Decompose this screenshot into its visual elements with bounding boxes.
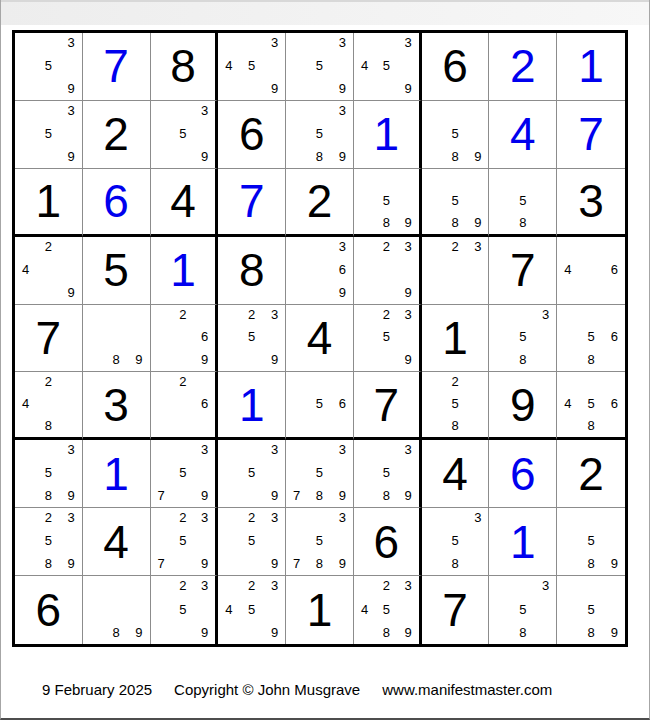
candidate-digit — [361, 463, 378, 483]
candidate-digit — [311, 511, 329, 531]
cell-r8c7[interactable]: 358 — [422, 508, 490, 576]
cell-r1c9[interactable]: 1 — [557, 33, 625, 101]
candidate-digit: 3 — [395, 36, 412, 56]
cell-r5c4[interactable]: 2359 — [218, 305, 286, 373]
cell-r1c1[interactable]: 359 — [15, 33, 83, 101]
candidate-digit: 5 — [174, 124, 191, 144]
given-digit: 7 — [489, 237, 556, 304]
candidate-digit — [361, 191, 378, 210]
given-digit: 1 — [422, 305, 489, 372]
cell-r1c5[interactable]: 359 — [286, 33, 354, 101]
candidate-digit: 3 — [261, 308, 279, 328]
cell-r9c9[interactable]: 589 — [557, 576, 625, 644]
candidate-digit: 5 — [378, 56, 395, 76]
candidate-grid: 35789 — [286, 440, 353, 507]
candidate-digit — [261, 599, 279, 619]
candidate-digit — [564, 550, 582, 570]
candidate-digit — [429, 104, 447, 124]
candidate-digit: 2 — [378, 308, 395, 328]
solved-digit: 6 — [489, 440, 556, 507]
candidate-digit — [225, 531, 243, 551]
candidate-digit — [191, 531, 208, 551]
candidate-digit — [361, 172, 378, 191]
candidate-digit — [532, 619, 550, 639]
candidate-digit: 7 — [293, 483, 311, 503]
candidate-grid: 89 — [83, 576, 150, 644]
cell-r3c6[interactable]: 589 — [354, 169, 422, 237]
candidate-digit — [395, 191, 412, 210]
candidate-digit: 8 — [582, 347, 600, 367]
candidate-digit — [22, 483, 40, 503]
candidate-digit: 3 — [57, 36, 75, 56]
candidate-digit: 8 — [311, 550, 329, 570]
candidate-digit — [158, 394, 175, 413]
cell-r6c4[interactable]: 1 — [218, 372, 286, 440]
candidate-grid: 3589 — [354, 440, 419, 507]
cell-r4c6[interactable]: 239 — [354, 237, 422, 305]
candidate-digit — [293, 443, 311, 463]
candidate-digit: 5 — [243, 599, 261, 619]
cell-r8c4[interactable]: 2359 — [218, 508, 286, 576]
candidate-digit — [158, 124, 175, 144]
candidate-digit — [429, 143, 447, 163]
cell-r1c8[interactable]: 2 — [489, 33, 557, 101]
candidate-digit — [243, 619, 261, 639]
candidate-grid: 359 — [218, 440, 285, 507]
candidate-digit — [158, 579, 175, 599]
cell-r4c8[interactable]: 7 — [489, 237, 557, 305]
candidate-digit: 3 — [532, 579, 550, 599]
candidate-digit — [293, 531, 311, 551]
candidate-digit: 9 — [57, 143, 75, 163]
candidate-digit — [328, 463, 346, 483]
cell-r2c7[interactable]: 589 — [422, 101, 490, 169]
candidate-digit: 8 — [40, 483, 58, 503]
candidate-digit: 9 — [328, 550, 346, 570]
cell-r8c8[interactable]: 1 — [489, 508, 557, 576]
cell-r9c7[interactable]: 7 — [422, 576, 490, 644]
candidate-digit — [446, 104, 464, 124]
candidate-digit: 5 — [243, 531, 261, 551]
cell-r5c9[interactable]: 568 — [557, 305, 625, 373]
cell-r9c4[interactable]: 23459 — [218, 576, 286, 644]
candidate-digit — [261, 463, 279, 483]
candidate-grid: 589 — [557, 576, 625, 644]
candidate-digit — [361, 443, 378, 463]
candidate-digit: 8 — [311, 483, 329, 503]
cell-r7c6[interactable]: 3589 — [354, 440, 422, 508]
candidate-digit — [564, 413, 582, 432]
candidate-digit: 9 — [328, 279, 346, 299]
candidate-digit — [429, 124, 447, 144]
candidate-digit: 3 — [261, 579, 279, 599]
candidate-digit: 3 — [532, 308, 550, 328]
candidate-digit: 5 — [311, 124, 329, 144]
cell-r2c8[interactable]: 4 — [489, 101, 557, 169]
cell-r4c2[interactable]: 5 — [83, 237, 151, 305]
cell-r8c5[interactable]: 35789 — [286, 508, 354, 576]
candidate-digit — [174, 347, 191, 367]
candidate-digit — [514, 579, 532, 599]
candidate-digit — [174, 413, 191, 432]
candidate-digit — [446, 511, 464, 531]
cell-r8c9[interactable]: 589 — [557, 508, 625, 576]
candidate-grid: 589 — [557, 508, 625, 575]
candidate-digit — [225, 443, 243, 463]
candidate-digit — [582, 579, 600, 599]
candidate-grid: 248 — [15, 372, 82, 437]
candidate-grid: 3459 — [218, 33, 285, 100]
candidate-grid: 2359 — [151, 576, 216, 644]
candidate-digit — [40, 143, 58, 163]
candidate-digit — [158, 463, 175, 483]
cell-r9c8[interactable]: 358 — [489, 576, 557, 644]
candidate-digit — [532, 327, 550, 347]
candidate-digit — [293, 463, 311, 483]
candidate-digit — [361, 327, 378, 347]
candidate-digit — [328, 375, 346, 394]
given-digit: 3 — [83, 372, 150, 437]
candidate-digit — [158, 104, 175, 124]
candidate-digit — [225, 327, 243, 347]
candidate-digit — [107, 327, 125, 347]
given-digit: 4 — [422, 440, 489, 507]
cell-r2c5[interactable]: 3589 — [286, 101, 354, 169]
cell-r3c9[interactable]: 3 — [557, 169, 625, 237]
candidate-grid: 258 — [422, 372, 489, 437]
candidate-digit: 5 — [514, 599, 532, 619]
candidate-digit — [225, 579, 243, 599]
cell-r2c3[interactable]: 359 — [151, 101, 219, 169]
candidate-digit — [464, 531, 482, 551]
candidate-digit: 8 — [107, 619, 125, 639]
candidate-digit — [496, 347, 514, 367]
candidate-grid: 35789 — [286, 508, 353, 575]
given-digit: 4 — [151, 169, 216, 234]
cell-r2c4[interactable]: 6 — [218, 101, 286, 169]
candidate-grid: 23459 — [218, 576, 285, 644]
cell-r5c7[interactable]: 1 — [422, 305, 490, 373]
candidate-digit — [40, 104, 58, 124]
cell-r7c8[interactable]: 6 — [489, 440, 557, 508]
candidate-grid: 234589 — [354, 576, 419, 644]
candidate-digit: 2 — [174, 511, 191, 531]
cell-r3c5[interactable]: 2 — [286, 169, 354, 237]
candidate-digit: 3 — [328, 511, 346, 531]
cell-r5c2[interactable]: 89 — [83, 305, 151, 373]
candidate-digit: 3 — [328, 240, 346, 260]
candidate-digit: 3 — [261, 511, 279, 531]
cell-r6c2[interactable]: 3 — [83, 372, 151, 440]
given-digit: 2 — [286, 169, 353, 234]
candidate-grid: 3589 — [15, 440, 82, 507]
candidate-digit — [243, 443, 261, 463]
candidate-digit — [582, 259, 600, 279]
candidate-digit — [22, 413, 40, 432]
cell-r7c4[interactable]: 359 — [218, 440, 286, 508]
candidate-digit — [225, 308, 243, 328]
footer-copyright: Copyright © John Musgrave — [174, 681, 360, 698]
candidate-digit — [464, 172, 482, 191]
candidate-digit — [57, 124, 75, 144]
candidate-digit: 7 — [158, 483, 175, 503]
cell-r7c7[interactable]: 4 — [422, 440, 490, 508]
candidate-digit — [107, 308, 125, 328]
candidate-digit — [158, 413, 175, 432]
candidate-digit: 2 — [243, 579, 261, 599]
given-digit: 6 — [422, 33, 489, 100]
candidate-digit — [378, 347, 395, 367]
candidate-digit: 5 — [40, 124, 58, 144]
candidate-digit: 9 — [464, 210, 482, 229]
candidate-digit — [158, 308, 175, 328]
candidate-digit — [158, 143, 175, 163]
candidate-digit — [293, 56, 311, 76]
candidate-digit: 3 — [191, 511, 208, 531]
candidate-digit — [225, 36, 243, 56]
candidate-digit: 5 — [514, 327, 532, 347]
cell-r6c1[interactable]: 248 — [15, 372, 83, 440]
candidate-digit — [174, 550, 191, 570]
solved-digit: 1 — [83, 440, 150, 507]
cell-r8c2[interactable]: 4 — [83, 508, 151, 576]
footer-website: www.manifestmaster.com — [382, 681, 552, 698]
candidate-grid: 23589 — [15, 508, 82, 575]
cell-r7c9[interactable]: 2 — [557, 440, 625, 508]
candidate-digit — [57, 56, 75, 76]
candidate-digit — [293, 259, 311, 279]
given-digit: 2 — [557, 440, 625, 507]
candidate-digit — [174, 327, 191, 347]
candidate-grid: 589 — [422, 101, 489, 168]
given-digit: 7 — [15, 305, 82, 372]
cell-r5c5[interactable]: 4 — [286, 305, 354, 373]
candidate-digit — [174, 483, 191, 503]
cell-r6c7[interactable]: 258 — [422, 372, 490, 440]
cell-r4c5[interactable]: 369 — [286, 237, 354, 305]
candidate-digit — [429, 375, 447, 394]
candidate-grid: 359 — [15, 101, 82, 168]
cell-r8c1[interactable]: 23589 — [15, 508, 83, 576]
cell-r7c1[interactable]: 3589 — [15, 440, 83, 508]
candidate-grid: 26 — [151, 372, 216, 437]
candidate-digit — [464, 259, 482, 279]
given-digit: 6 — [354, 508, 419, 575]
candidate-digit — [158, 511, 175, 531]
candidate-digit: 2 — [40, 375, 58, 394]
candidate-digit: 8 — [378, 483, 395, 503]
candidate-digit — [125, 327, 143, 347]
candidate-digit: 5 — [446, 191, 464, 210]
candidate-digit: 6 — [191, 394, 208, 413]
cell-r3c4[interactable]: 7 — [218, 169, 286, 237]
candidate-digit — [225, 75, 243, 95]
given-digit: 8 — [151, 33, 216, 100]
cell-r8c6[interactable]: 6 — [354, 508, 422, 576]
cell-r1c3[interactable]: 8 — [151, 33, 219, 101]
cell-r7c5[interactable]: 35789 — [286, 440, 354, 508]
candidate-digit: 9 — [395, 279, 412, 299]
cell-r7c2[interactable]: 1 — [83, 440, 151, 508]
sudoku-board: 3597834593593459621359235963589158947164… — [12, 30, 628, 647]
cell-r9c5[interactable]: 1 — [286, 576, 354, 644]
candidate-digit — [57, 375, 75, 394]
cell-r2c1[interactable]: 359 — [15, 101, 83, 169]
cell-r1c4[interactable]: 3459 — [218, 33, 286, 101]
cell-r6c3[interactable]: 26 — [151, 372, 219, 440]
candidate-digit: 5 — [40, 531, 58, 551]
candidate-digit — [429, 413, 447, 432]
cell-r4c3[interactable]: 1 — [151, 237, 219, 305]
given-digit: 7 — [354, 372, 419, 437]
candidate-grid: 568 — [557, 305, 625, 372]
cell-r9c3[interactable]: 2359 — [151, 576, 219, 644]
solved-digit: 2 — [489, 33, 556, 100]
candidate-digit: 9 — [191, 483, 208, 503]
candidate-grid: 89 — [83, 305, 150, 372]
cell-r5c6[interactable]: 2359 — [354, 305, 422, 373]
cell-r6c8[interactable]: 9 — [489, 372, 557, 440]
cell-r1c2[interactable]: 7 — [83, 33, 151, 101]
candidate-digit — [311, 279, 329, 299]
candidate-digit: 9 — [261, 550, 279, 570]
candidate-digit — [496, 172, 514, 191]
cell-r4c4[interactable]: 8 — [218, 237, 286, 305]
given-digit: 5 — [83, 237, 150, 304]
candidate-digit — [311, 75, 329, 95]
cell-r5c1[interactable]: 7 — [15, 305, 83, 373]
candidate-digit — [496, 210, 514, 229]
cell-r3c2[interactable]: 6 — [83, 169, 151, 237]
candidate-digit: 3 — [261, 36, 279, 56]
candidate-digit — [378, 36, 395, 56]
candidate-digit: 3 — [261, 443, 279, 463]
candidate-digit: 5 — [378, 191, 395, 210]
cell-r5c3[interactable]: 269 — [151, 305, 219, 373]
cell-r6c5[interactable]: 56 — [286, 372, 354, 440]
candidate-digit — [57, 463, 75, 483]
cell-r1c7[interactable]: 6 — [422, 33, 490, 101]
candidate-digit — [22, 375, 40, 394]
candidate-digit: 8 — [446, 210, 464, 229]
candidate-digit — [158, 443, 175, 463]
candidate-digit — [191, 308, 208, 328]
candidate-digit: 5 — [243, 56, 261, 76]
candidate-digit — [261, 56, 279, 76]
candidate-digit — [564, 599, 582, 619]
candidate-digit — [293, 279, 311, 299]
candidate-digit — [22, 443, 40, 463]
cell-r6c9[interactable]: 4568 — [557, 372, 625, 440]
cell-r4c9[interactable]: 46 — [557, 237, 625, 305]
candidate-digit — [174, 619, 191, 639]
candidate-digit: 2 — [378, 240, 395, 260]
candidate-digit: 9 — [191, 347, 208, 367]
candidate-digit: 5 — [378, 463, 395, 483]
candidate-digit — [361, 347, 378, 367]
solved-digit: 7 — [557, 101, 625, 168]
cell-r6c6[interactable]: 7 — [354, 372, 422, 440]
cell-r2c9[interactable]: 7 — [557, 101, 625, 169]
candidate-digit: 8 — [582, 550, 600, 570]
candidate-digit — [464, 394, 482, 413]
cell-r3c1[interactable]: 1 — [15, 169, 83, 237]
candidate-digit: 2 — [243, 511, 261, 531]
candidate-digit: 8 — [378, 619, 395, 639]
cell-r2c2[interactable]: 2 — [83, 101, 151, 169]
cell-r7c3[interactable]: 3579 — [151, 440, 219, 508]
candidate-digit — [464, 413, 482, 432]
cell-r3c7[interactable]: 589 — [422, 169, 490, 237]
given-digit: 3 — [557, 169, 625, 234]
cell-r5c8[interactable]: 358 — [489, 305, 557, 373]
candidate-digit — [174, 143, 191, 163]
candidate-digit — [40, 394, 58, 413]
candidate-digit — [496, 191, 514, 210]
candidate-digit — [174, 443, 191, 463]
candidate-digit — [174, 104, 191, 124]
candidate-digit — [293, 394, 311, 413]
given-digit: 2 — [83, 101, 150, 168]
candidate-digit — [22, 511, 40, 531]
candidate-grid: 2359 — [218, 508, 285, 575]
candidate-grid: 249 — [15, 237, 82, 304]
candidate-digit — [158, 599, 175, 619]
cell-r9c2[interactable]: 89 — [83, 576, 151, 644]
candidate-digit: 4 — [564, 394, 582, 413]
cell-r3c8[interactable]: 58 — [489, 169, 557, 237]
candidate-digit: 3 — [57, 511, 75, 531]
candidate-digit: 4 — [361, 599, 378, 619]
candidate-digit — [293, 375, 311, 394]
candidate-digit — [361, 579, 378, 599]
candidate-digit: 2 — [40, 511, 58, 531]
candidate-digit — [191, 413, 208, 432]
candidate-digit — [564, 531, 582, 551]
candidate-digit: 3 — [328, 36, 346, 56]
cell-r9c1[interactable]: 6 — [15, 576, 83, 644]
candidate-digit: 2 — [174, 579, 191, 599]
candidate-grid: 4568 — [557, 372, 625, 437]
candidate-digit — [22, 56, 40, 76]
candidate-digit — [90, 619, 108, 639]
candidate-digit — [158, 347, 175, 367]
candidate-digit — [564, 579, 582, 599]
candidate-digit: 9 — [395, 483, 412, 503]
cell-r9c6[interactable]: 234589 — [354, 576, 422, 644]
cell-r8c3[interactable]: 23579 — [151, 508, 219, 576]
candidate-grid: 589 — [422, 169, 489, 234]
candidate-digit — [446, 172, 464, 191]
cell-r4c7[interactable]: 23 — [422, 237, 490, 305]
candidate-digit — [225, 347, 243, 367]
cell-r4c1[interactable]: 249 — [15, 237, 83, 305]
candidate-digit — [532, 172, 550, 191]
candidate-digit: 9 — [395, 619, 412, 639]
candidate-digit — [293, 124, 311, 144]
cell-r2c6[interactable]: 1 — [354, 101, 422, 169]
candidate-digit — [564, 327, 582, 347]
candidate-grid: 3459 — [354, 33, 419, 100]
cell-r3c3[interactable]: 4 — [151, 169, 219, 237]
candidate-digit: 8 — [514, 347, 532, 367]
candidate-digit: 7 — [158, 550, 175, 570]
cell-r1c6[interactable]: 3459 — [354, 33, 422, 101]
candidate-digit: 9 — [57, 75, 75, 95]
candidate-digit: 9 — [395, 347, 412, 367]
candidate-digit — [40, 259, 58, 279]
candidate-digit: 9 — [191, 550, 208, 570]
